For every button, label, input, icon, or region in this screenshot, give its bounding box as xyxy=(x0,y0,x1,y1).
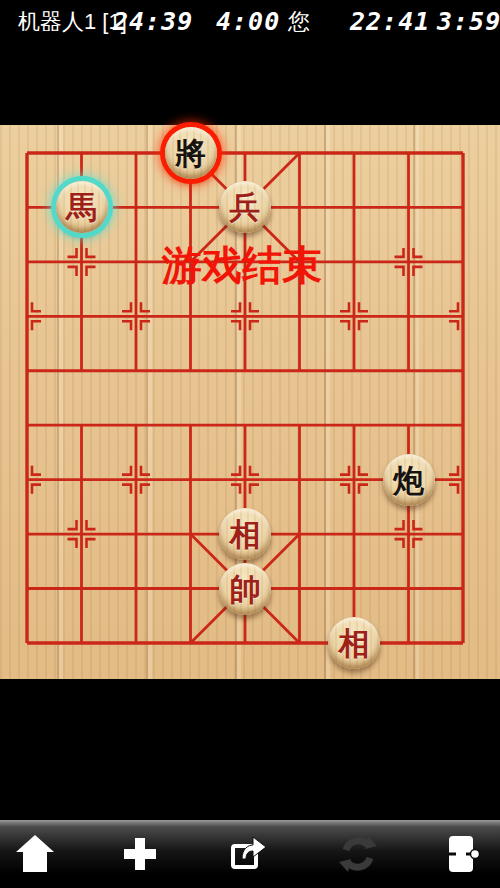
red-general-piece[interactable]: 帥 xyxy=(219,563,271,615)
red-soldier-piece[interactable]: 兵 xyxy=(219,181,271,233)
opponent-name: 机器人1 [1] xyxy=(18,7,127,37)
refresh-button xyxy=(335,831,381,877)
new-game-button[interactable] xyxy=(117,831,163,877)
you-total-clock: 22:41 xyxy=(350,7,430,36)
game-over-banner: 游戏结束 xyxy=(162,238,322,293)
xiangqi-board[interactable]: 游戏结束 將馬兵炮相帥相 xyxy=(0,125,500,679)
red-horse-glyph: 馬 xyxy=(56,181,108,233)
home-button[interactable] xyxy=(12,831,58,877)
app-screen: 机器人1 [1] 24:39 4:00 您 22:41 3:59 游戏结束 將馬… xyxy=(0,0,500,888)
you-move-clock: 3:59 xyxy=(437,7,500,36)
red-elephant-low-piece[interactable]: 相 xyxy=(328,617,380,669)
red-elephant-low-glyph: 相 xyxy=(328,617,380,669)
you-label: 您 xyxy=(288,7,310,37)
black-general-glyph: 將 xyxy=(165,127,217,179)
bottom-toolbar xyxy=(0,820,500,888)
exit-button[interactable] xyxy=(439,831,485,877)
plus-icon xyxy=(117,831,163,877)
share-button[interactable] xyxy=(225,831,271,877)
refresh-icon xyxy=(335,831,381,877)
exit-door-icon xyxy=(439,831,485,877)
status-bar: 机器人1 [1] 24:39 4:00 您 22:41 3:59 xyxy=(0,0,500,46)
red-elephant-high-piece[interactable]: 相 xyxy=(219,508,271,560)
red-elephant-high-glyph: 相 xyxy=(219,508,271,560)
opponent-total-clock: 24:39 xyxy=(113,7,193,36)
black-cannon-glyph: 炮 xyxy=(383,454,435,506)
red-horse-piece[interactable]: 馬 xyxy=(56,181,108,233)
red-general-glyph: 帥 xyxy=(219,563,271,615)
opponent-move-clock: 4:00 xyxy=(216,7,280,36)
home-icon xyxy=(12,831,58,877)
black-general-piece[interactable]: 將 xyxy=(165,127,217,179)
share-icon xyxy=(225,831,271,877)
red-soldier-glyph: 兵 xyxy=(219,181,271,233)
black-cannon-piece[interactable]: 炮 xyxy=(383,454,435,506)
